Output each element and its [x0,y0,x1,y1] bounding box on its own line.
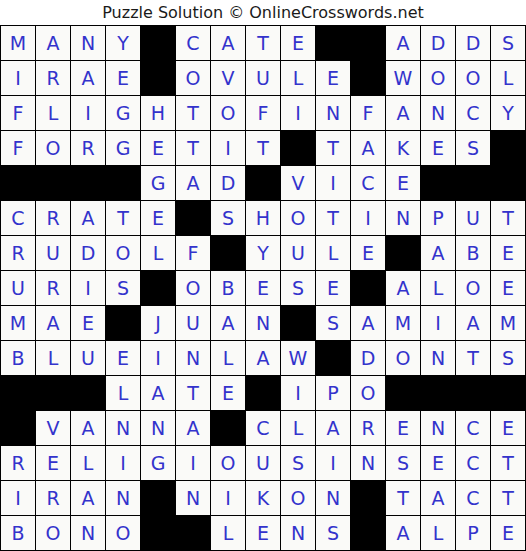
letter-cell: E [141,131,175,165]
black-cell [141,481,175,515]
letter-cell: F [246,96,280,130]
letter-cell: U [1,271,35,305]
letter-cell: D [421,26,455,60]
letter-cell: P [316,376,350,410]
letter-cell: O [106,236,140,270]
letter-cell: I [316,446,350,480]
letter-cell: L [316,236,350,270]
black-cell [456,376,490,410]
letter-cell: V [211,61,245,95]
letter-cell: S [106,271,140,305]
black-cell [386,236,420,270]
letter-cell: V [36,411,70,445]
letter-cell: C [456,446,490,480]
letter-cell: A [421,236,455,270]
letter-cell: O [36,131,70,165]
letter-cell: E [106,61,140,95]
black-cell [491,131,525,165]
letter-cell: C [246,411,280,445]
letter-cell: E [491,411,525,445]
letter-cell: T [491,481,525,515]
black-cell [176,516,210,550]
letter-cell: E [246,516,280,550]
letter-cell: I [351,201,385,235]
letter-cell: T [316,201,350,235]
letter-cell: G [106,96,140,130]
letter-cell: U [36,236,70,270]
letter-cell: S [491,341,525,375]
letter-cell: U [281,236,315,270]
letter-cell: A [351,131,385,165]
letter-cell: A [421,481,455,515]
letter-cell: E [491,516,525,550]
letter-cell: C [456,96,490,130]
letter-cell: A [386,516,420,550]
letter-cell: A [246,341,280,375]
letter-cell: T [386,481,420,515]
letter-cell: C [176,26,210,60]
letter-cell: A [176,166,210,200]
black-cell [281,131,315,165]
letter-cell: A [36,306,70,340]
letter-cell: C [456,481,490,515]
letter-cell: L [141,236,175,270]
letter-cell: E [421,446,455,480]
black-cell [1,166,35,200]
letter-cell: R [1,236,35,270]
letter-cell: O [281,201,315,235]
black-cell [246,376,280,410]
letter-cell: O [106,516,140,550]
letter-cell: E [316,61,350,95]
letter-cell: E [421,131,455,165]
letter-cell: W [281,341,315,375]
letter-cell: I [71,96,105,130]
letter-cell: E [491,236,525,270]
letter-cell: T [176,131,210,165]
letter-cell: G [106,131,140,165]
letter-cell: A [386,26,420,60]
letter-cell: B [1,341,35,375]
letter-cell: T [246,131,280,165]
letter-cell: E [71,306,105,340]
letter-cell: J [141,306,175,340]
letter-cell: A [141,376,175,410]
letter-cell: O [351,376,385,410]
letter-cell: A [71,481,105,515]
letter-cell: A [456,306,490,340]
letter-cell: A [211,26,245,60]
letter-cell: I [71,271,105,305]
black-cell [491,166,525,200]
letter-cell: E [316,271,350,305]
black-cell [211,236,245,270]
letter-cell: E [386,166,420,200]
letter-cell: T [316,131,350,165]
letter-cell: I [281,376,315,410]
letter-cell: A [211,306,245,340]
letter-cell: C [456,411,490,445]
letter-cell: M [1,306,35,340]
letter-cell: Y [106,26,140,60]
letter-cell: U [246,446,280,480]
letter-cell: A [36,26,70,60]
black-cell [246,166,280,200]
letter-cell: E [351,236,385,270]
letter-cell: A [351,306,385,340]
letter-cell: D [211,166,245,200]
letter-cell: I [141,341,175,375]
black-cell [351,271,385,305]
letter-cell: S [316,306,350,340]
letter-cell: A [316,411,350,445]
black-cell [36,166,70,200]
page-title: Puzzle Solution © OnlineCrosswords.net [0,0,526,25]
letter-cell: L [211,341,245,375]
puzzle-solution-page: Puzzle Solution © OnlineCrosswords.net M… [0,0,526,551]
letter-cell: L [211,516,245,550]
letter-cell: D [456,26,490,60]
letter-cell: N [421,341,455,375]
letter-cell: O [176,61,210,95]
letter-cell: F [351,96,385,130]
letter-cell: T [246,26,280,60]
letter-cell: N [316,481,350,515]
letter-cell: E [281,26,315,60]
letter-cell: R [36,481,70,515]
letter-cell: N [106,411,140,445]
letter-cell: L [491,61,525,95]
letter-cell: K [246,481,280,515]
black-cell [316,341,350,375]
letter-cell: O [281,481,315,515]
letter-cell: R [71,131,105,165]
black-cell [351,516,385,550]
letter-cell: U [246,61,280,95]
letter-cell: O [176,271,210,305]
black-cell [316,26,350,60]
letter-cell: P [456,516,490,550]
black-cell [141,516,175,550]
letter-cell: S [491,26,525,60]
letter-cell: A [71,61,105,95]
letter-cell: S [281,271,315,305]
letter-cell: K [386,131,420,165]
black-cell [71,376,105,410]
letter-cell: T [456,341,490,375]
black-cell [421,376,455,410]
black-cell [211,411,245,445]
letter-cell: E [36,446,70,480]
letter-cell: S [386,446,420,480]
letter-cell: N [106,481,140,515]
letter-cell: N [421,411,455,445]
letter-cell: A [386,96,420,130]
letter-cell: O [456,61,490,95]
letter-cell: L [281,411,315,445]
letter-cell: L [71,446,105,480]
letter-cell: I [281,96,315,130]
letter-cell: G [141,166,175,200]
letter-cell: N [71,516,105,550]
black-cell [141,61,175,95]
letter-cell: O [36,516,70,550]
black-cell [1,411,35,445]
black-cell [351,61,385,95]
letter-cell: L [36,96,70,130]
black-cell [281,306,315,340]
letter-cell: O [211,446,245,480]
letter-cell: I [1,61,35,95]
letter-cell: I [211,481,245,515]
letter-cell: U [456,201,490,235]
letter-cell: T [106,201,140,235]
letter-cell: S [456,131,490,165]
letter-cell: T [491,201,525,235]
letter-cell: G [141,446,175,480]
black-cell [421,166,455,200]
letter-cell: F [1,131,35,165]
letter-cell: H [246,201,280,235]
letter-cell: N [141,411,175,445]
black-cell [351,481,385,515]
letter-cell: N [351,446,385,480]
letter-cell: R [36,271,70,305]
letter-cell: A [386,271,420,305]
black-cell [106,306,140,340]
letter-cell: B [1,516,35,550]
letter-cell: R [1,446,35,480]
letter-cell: I [421,306,455,340]
letter-cell: I [316,166,350,200]
letter-cell: L [106,376,140,410]
black-cell [141,271,175,305]
letter-cell: T [176,96,210,130]
letter-cell: M [1,26,35,60]
letter-cell: I [106,446,140,480]
black-cell [491,376,525,410]
letter-cell: I [1,481,35,515]
letter-cell: T [176,376,210,410]
black-cell [36,376,70,410]
letter-cell: D [71,236,105,270]
letter-cell: M [491,306,525,340]
letter-cell: R [351,411,385,445]
letter-cell: L [36,341,70,375]
letter-cell: O [456,271,490,305]
letter-cell: B [211,271,245,305]
letter-cell: L [421,271,455,305]
letter-cell: E [211,376,245,410]
letter-cell: T [491,446,525,480]
letter-cell: F [1,96,35,130]
letter-cell: V [281,166,315,200]
letter-cell: Y [491,96,525,130]
letter-cell: S [211,201,245,235]
black-cell [351,26,385,60]
letter-cell: E [246,271,280,305]
letter-cell: H [141,96,175,130]
letter-cell: D [351,341,385,375]
letter-cell: A [71,201,105,235]
letter-cell: O [386,341,420,375]
black-cell [71,166,105,200]
letter-cell: S [316,516,350,550]
letter-cell: E [491,271,525,305]
letter-cell: N [176,341,210,375]
black-cell [386,376,420,410]
letter-cell: E [141,201,175,235]
black-cell [106,166,140,200]
letter-cell: N [421,96,455,130]
letter-cell: F [176,236,210,270]
letter-cell: R [36,61,70,95]
letter-cell: N [71,26,105,60]
letter-cell: L [281,61,315,95]
letter-cell: O [421,61,455,95]
letter-cell: B [456,236,490,270]
black-cell [176,201,210,235]
letter-cell: S [281,446,315,480]
black-cell [141,26,175,60]
letter-cell: N [176,481,210,515]
letter-cell: C [351,166,385,200]
black-cell [1,376,35,410]
letter-cell: L [421,516,455,550]
crossword-grid: MANYCATEADDSIRAEOVULEWOOLFLIGHTOFINFANCY… [0,25,526,551]
letter-cell: U [71,341,105,375]
letter-cell: I [176,446,210,480]
letter-cell: A [71,411,105,445]
letter-cell: U [176,306,210,340]
letter-cell: R [36,201,70,235]
letter-cell: E [106,341,140,375]
letter-cell: W [386,61,420,95]
letter-cell: C [1,201,35,235]
letter-cell: E [386,411,420,445]
letter-cell: Y [246,236,280,270]
letter-cell: N [246,306,280,340]
letter-cell: P [421,201,455,235]
letter-cell: I [211,131,245,165]
letter-cell: M [386,306,420,340]
letter-cell: N [281,516,315,550]
letter-cell: N [386,201,420,235]
letter-cell: O [211,96,245,130]
letter-cell: A [176,411,210,445]
black-cell [456,166,490,200]
letter-cell: N [316,96,350,130]
